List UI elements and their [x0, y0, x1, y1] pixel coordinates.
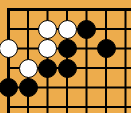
stone-black-D16[interactable] [58, 59, 77, 78]
stone-white-D18[interactable] [58, 20, 77, 39]
stone-white-C17[interactable] [38, 39, 57, 58]
go-board-diagram [0, 0, 131, 113]
stone-black-E18[interactable] [77, 20, 96, 39]
stone-white-B16[interactable] [19, 59, 38, 78]
stone-black-D17[interactable] [58, 39, 77, 58]
go-board[interactable] [0, 0, 131, 113]
stone-black-C16[interactable] [38, 59, 57, 78]
stone-white-C18[interactable] [38, 20, 57, 39]
stone-black-F17[interactable] [97, 39, 116, 58]
stone-black-B15[interactable] [19, 78, 38, 97]
